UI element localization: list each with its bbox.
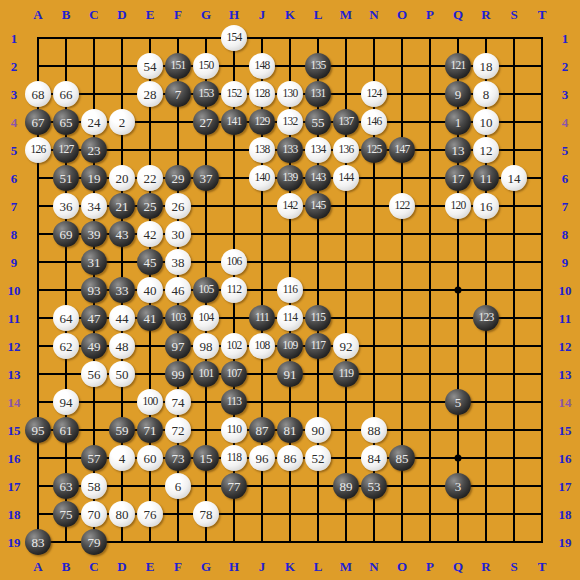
column-label-bottom-S: S xyxy=(510,560,517,573)
stone-black-115-L11[interactable]: 115 xyxy=(305,305,331,331)
move-number: 65 xyxy=(60,116,73,129)
move-number: 154 xyxy=(227,32,242,44)
stone-white-26-F7[interactable]: 26 xyxy=(165,193,191,219)
stone-black-139-K6[interactable]: 139 xyxy=(277,165,303,191)
stone-white-94-B14[interactable]: 94 xyxy=(53,389,79,415)
column-label-top-D: D xyxy=(117,8,126,21)
stone-black-49-C12[interactable]: 49 xyxy=(81,333,107,359)
move-number: 78 xyxy=(200,508,213,521)
column-label-top-J: J xyxy=(259,8,266,21)
stone-black-79-C19[interactable]: 79 xyxy=(81,529,107,555)
stone-black-107-H13[interactable]: 107 xyxy=(221,361,247,387)
move-number: 19 xyxy=(88,172,101,185)
column-label-top-P: P xyxy=(426,8,434,21)
column-label-top-F: F xyxy=(174,8,182,21)
stone-white-128-J3[interactable]: 128 xyxy=(249,81,275,107)
stone-white-48-D12[interactable]: 48 xyxy=(109,333,135,359)
stone-black-121-Q2[interactable]: 121 xyxy=(445,53,471,79)
stone-black-25-E7[interactable]: 25 xyxy=(137,193,163,219)
move-number: 152 xyxy=(227,88,242,100)
move-number: 23 xyxy=(88,144,101,157)
stone-white-40-E10[interactable]: 40 xyxy=(137,277,163,303)
move-number: 118 xyxy=(227,452,241,464)
move-number: 18 xyxy=(480,60,493,73)
stone-white-130-K3[interactable]: 130 xyxy=(277,81,303,107)
grid-line-vertical xyxy=(513,37,515,543)
stone-white-136-M5[interactable]: 136 xyxy=(333,137,359,163)
move-number: 10 xyxy=(480,116,493,129)
move-number: 133 xyxy=(283,144,298,156)
move-number: 109 xyxy=(283,340,298,352)
move-number: 37 xyxy=(200,172,213,185)
stone-black-123-R11[interactable]: 123 xyxy=(473,305,499,331)
move-number: 87 xyxy=(256,424,269,437)
star-point-Q16 xyxy=(455,455,462,462)
stone-white-42-E8[interactable]: 42 xyxy=(137,221,163,247)
move-number: 91 xyxy=(284,368,297,381)
stone-white-80-D18[interactable]: 80 xyxy=(109,501,135,527)
move-number: 12 xyxy=(480,144,493,157)
column-label-bottom-C: C xyxy=(89,560,98,573)
move-number: 95 xyxy=(32,424,45,437)
move-number: 117 xyxy=(311,340,325,352)
stone-black-133-K5[interactable]: 133 xyxy=(277,137,303,163)
stone-black-147-O5[interactable]: 147 xyxy=(389,137,415,163)
move-number: 138 xyxy=(255,144,270,156)
column-label-top-Q: Q xyxy=(453,8,463,21)
move-number: 107 xyxy=(227,368,242,380)
stone-white-122-O7[interactable]: 122 xyxy=(389,193,415,219)
grid-line-vertical xyxy=(541,37,543,543)
stone-white-54-E2[interactable]: 54 xyxy=(137,53,163,79)
stone-white-90-L15[interactable]: 90 xyxy=(305,417,331,443)
stone-white-102-H12[interactable]: 102 xyxy=(221,333,247,359)
stone-white-118-H16[interactable]: 118 xyxy=(221,445,247,471)
row-label-left-6: 6 xyxy=(11,172,18,185)
stone-black-53-N17[interactable]: 53 xyxy=(361,473,387,499)
move-number: 7 xyxy=(175,88,182,101)
stone-black-85-O16[interactable]: 85 xyxy=(389,445,415,471)
stone-white-154-H1[interactable]: 154 xyxy=(221,25,247,51)
stone-white-64-B11[interactable]: 64 xyxy=(53,305,79,331)
row-label-right-1: 1 xyxy=(562,32,569,45)
move-number: 130 xyxy=(283,88,298,100)
row-label-right-3: 3 xyxy=(562,88,569,101)
move-number: 123 xyxy=(479,312,494,324)
row-label-left-18: 18 xyxy=(8,508,21,521)
stone-white-46-F10[interactable]: 46 xyxy=(165,277,191,303)
stone-white-148-J2[interactable]: 148 xyxy=(249,53,275,79)
stone-black-55-L4[interactable]: 55 xyxy=(305,109,331,135)
stone-white-44-D11[interactable]: 44 xyxy=(109,305,135,331)
move-number: 72 xyxy=(172,424,185,437)
move-number: 86 xyxy=(284,452,297,465)
stone-black-103-F11[interactable]: 103 xyxy=(165,305,191,331)
move-number: 136 xyxy=(339,144,354,156)
stone-white-52-L16[interactable]: 52 xyxy=(305,445,331,471)
stone-white-66-B3[interactable]: 66 xyxy=(53,81,79,107)
stone-black-43-D8[interactable]: 43 xyxy=(109,221,135,247)
stone-black-3-Q17[interactable]: 3 xyxy=(445,473,471,499)
stone-black-91-K13[interactable]: 91 xyxy=(277,361,303,387)
stone-black-127-B5[interactable]: 127 xyxy=(53,137,79,163)
stone-white-104-G11[interactable]: 104 xyxy=(193,305,219,331)
stone-black-73-F16[interactable]: 73 xyxy=(165,445,191,471)
move-number: 90 xyxy=(312,424,325,437)
column-label-bottom-R: R xyxy=(481,560,490,573)
move-number: 98 xyxy=(200,340,213,353)
move-number: 1 xyxy=(455,116,462,129)
stone-white-98-G12[interactable]: 98 xyxy=(193,333,219,359)
stone-black-81-K15[interactable]: 81 xyxy=(277,417,303,443)
row-label-left-4: 4 xyxy=(11,116,18,129)
move-number: 151 xyxy=(171,60,186,72)
stone-white-78-G18[interactable]: 78 xyxy=(193,501,219,527)
row-label-right-9: 9 xyxy=(562,256,569,269)
stone-white-92-M12[interactable]: 92 xyxy=(333,333,359,359)
stone-black-41-E11[interactable]: 41 xyxy=(137,305,163,331)
stone-white-134-L5[interactable]: 134 xyxy=(305,137,331,163)
stone-black-131-L3[interactable]: 131 xyxy=(305,81,331,107)
stone-black-29-F6[interactable]: 29 xyxy=(165,165,191,191)
stone-black-67-A4[interactable]: 67 xyxy=(25,109,51,135)
stone-black-151-F2[interactable]: 151 xyxy=(165,53,191,79)
column-label-bottom-J: J xyxy=(259,560,266,573)
stone-black-65-B4[interactable]: 65 xyxy=(53,109,79,135)
stone-white-18-R2[interactable]: 18 xyxy=(473,53,499,79)
stone-black-47-C11[interactable]: 47 xyxy=(81,305,107,331)
move-number: 21 xyxy=(116,200,129,213)
column-label-top-H: H xyxy=(229,8,239,21)
grid-line-horizontal xyxy=(37,541,543,543)
stone-white-58-C17[interactable]: 58 xyxy=(81,473,107,499)
stone-white-62-B12[interactable]: 62 xyxy=(53,333,79,359)
stone-black-99-F13[interactable]: 99 xyxy=(165,361,191,387)
move-number: 120 xyxy=(451,200,466,212)
stone-white-88-N15[interactable]: 88 xyxy=(361,417,387,443)
stone-black-19-C6[interactable]: 19 xyxy=(81,165,107,191)
column-label-top-A: A xyxy=(33,8,42,21)
stone-white-68-A3[interactable]: 68 xyxy=(25,81,51,107)
row-label-left-13: 13 xyxy=(8,368,21,381)
move-number: 6 xyxy=(175,480,182,493)
move-number: 17 xyxy=(452,172,465,185)
column-label-top-N: N xyxy=(369,8,378,21)
stone-white-140-J6[interactable]: 140 xyxy=(249,165,275,191)
stone-white-72-F15[interactable]: 72 xyxy=(165,417,191,443)
move-number: 89 xyxy=(340,480,353,493)
stone-black-23-C5[interactable]: 23 xyxy=(81,137,107,163)
stone-black-1-Q4[interactable]: 1 xyxy=(445,109,471,135)
stone-black-109-K12[interactable]: 109 xyxy=(277,333,303,359)
move-number: 103 xyxy=(171,312,186,324)
stone-white-108-J12[interactable]: 108 xyxy=(249,333,275,359)
stone-white-22-E6[interactable]: 22 xyxy=(137,165,163,191)
stone-white-4-D16[interactable]: 4 xyxy=(109,445,135,471)
move-number: 71 xyxy=(144,424,157,437)
go-board[interactable]: AABBCCDDEEFFGGHHJJKKLLMMNNOOPPQQRRSSTT11… xyxy=(0,0,580,580)
stone-black-77-H17[interactable]: 77 xyxy=(221,473,247,499)
stone-white-34-C7[interactable]: 34 xyxy=(81,193,107,219)
stone-black-125-N5[interactable]: 125 xyxy=(361,137,387,163)
stone-white-96-J16[interactable]: 96 xyxy=(249,445,275,471)
move-number: 80 xyxy=(116,508,129,521)
move-number: 131 xyxy=(311,88,326,100)
stone-white-6-F17[interactable]: 6 xyxy=(165,473,191,499)
move-number: 34 xyxy=(88,200,101,213)
move-number: 150 xyxy=(199,60,214,72)
column-label-bottom-K: K xyxy=(285,560,295,573)
move-number: 61 xyxy=(60,424,73,437)
move-number: 96 xyxy=(256,452,269,465)
stone-white-10-R4[interactable]: 10 xyxy=(473,109,499,135)
stone-white-36-B7[interactable]: 36 xyxy=(53,193,79,219)
move-number: 119 xyxy=(339,368,353,380)
move-number: 135 xyxy=(311,60,326,72)
stone-black-95-A15[interactable]: 95 xyxy=(25,417,51,443)
stone-white-2-D4[interactable]: 2 xyxy=(109,109,135,135)
stone-white-14-S6[interactable]: 14 xyxy=(501,165,527,191)
stone-white-30-F8[interactable]: 30 xyxy=(165,221,191,247)
column-label-bottom-G: G xyxy=(201,560,211,573)
move-number: 68 xyxy=(32,88,45,101)
move-number: 70 xyxy=(88,508,101,521)
move-number: 77 xyxy=(228,480,241,493)
move-number: 42 xyxy=(144,228,157,241)
move-number: 16 xyxy=(480,200,493,213)
stone-white-60-E16[interactable]: 60 xyxy=(137,445,163,471)
row-label-right-4: 4 xyxy=(562,116,569,129)
stone-black-119-M13[interactable]: 119 xyxy=(333,361,359,387)
stone-black-137-M4[interactable]: 137 xyxy=(333,109,359,135)
stone-white-20-D6[interactable]: 20 xyxy=(109,165,135,191)
stone-white-70-C18[interactable]: 70 xyxy=(81,501,107,527)
stone-black-113-H14[interactable]: 113 xyxy=(221,389,247,415)
column-label-top-B: B xyxy=(62,8,71,21)
move-number: 141 xyxy=(227,116,242,128)
stone-white-28-E3[interactable]: 28 xyxy=(137,81,163,107)
stone-black-105-G10[interactable]: 105 xyxy=(193,277,219,303)
grid-line-vertical xyxy=(429,37,431,543)
stone-black-15-G16[interactable]: 15 xyxy=(193,445,219,471)
move-number: 29 xyxy=(172,172,185,185)
move-number: 148 xyxy=(255,60,270,72)
row-label-right-8: 8 xyxy=(562,228,569,241)
move-number: 124 xyxy=(367,88,382,100)
column-label-bottom-M: M xyxy=(340,560,352,573)
stone-black-87-J15[interactable]: 87 xyxy=(249,417,275,443)
stone-black-21-D7[interactable]: 21 xyxy=(109,193,135,219)
move-number: 114 xyxy=(283,312,297,324)
move-number: 104 xyxy=(199,312,214,324)
stone-white-106-H9[interactable]: 106 xyxy=(221,249,247,275)
stone-white-124-N3[interactable]: 124 xyxy=(361,81,387,107)
stone-black-117-L12[interactable]: 117 xyxy=(305,333,331,359)
move-number: 79 xyxy=(88,536,101,549)
stone-white-144-M6[interactable]: 144 xyxy=(333,165,359,191)
move-number: 153 xyxy=(199,88,214,100)
column-label-top-L: L xyxy=(314,8,323,21)
row-label-left-1: 1 xyxy=(11,32,18,45)
move-number: 13 xyxy=(452,144,465,157)
move-number: 2 xyxy=(119,116,126,129)
column-label-top-O: O xyxy=(397,8,407,21)
stone-white-146-N4[interactable]: 146 xyxy=(361,109,387,135)
stone-white-86-K16[interactable]: 86 xyxy=(277,445,303,471)
move-number: 43 xyxy=(116,228,129,241)
stone-white-16-R7[interactable]: 16 xyxy=(473,193,499,219)
move-number: 44 xyxy=(116,312,129,325)
stone-white-112-H10[interactable]: 112 xyxy=(221,277,247,303)
stone-white-74-F14[interactable]: 74 xyxy=(165,389,191,415)
stone-white-12-R5[interactable]: 12 xyxy=(473,137,499,163)
stone-white-38-F9[interactable]: 38 xyxy=(165,249,191,275)
stone-black-9-Q3[interactable]: 9 xyxy=(445,81,471,107)
stone-black-69-B8[interactable]: 69 xyxy=(53,221,79,247)
stone-white-24-C4[interactable]: 24 xyxy=(81,109,107,135)
stone-black-111-J11[interactable]: 111 xyxy=(249,305,275,331)
move-number: 25 xyxy=(144,200,157,213)
move-number: 144 xyxy=(339,172,354,184)
move-number: 116 xyxy=(283,284,297,296)
move-number: 122 xyxy=(395,200,410,212)
column-label-top-M: M xyxy=(340,8,352,21)
row-label-right-5: 5 xyxy=(562,144,569,157)
move-number: 134 xyxy=(311,144,326,156)
stone-black-97-F12[interactable]: 97 xyxy=(165,333,191,359)
stone-white-8-R3[interactable]: 8 xyxy=(473,81,499,107)
stone-black-143-L6[interactable]: 143 xyxy=(305,165,331,191)
stone-black-93-C10[interactable]: 93 xyxy=(81,277,107,303)
column-label-top-T: T xyxy=(538,8,547,21)
stone-black-61-B15[interactable]: 61 xyxy=(53,417,79,443)
move-number: 3 xyxy=(455,480,462,493)
stone-white-142-K7[interactable]: 142 xyxy=(277,193,303,219)
move-number: 73 xyxy=(172,452,185,465)
stone-white-120-Q7[interactable]: 120 xyxy=(445,193,471,219)
stone-black-13-Q5[interactable]: 13 xyxy=(445,137,471,163)
stone-black-33-D10[interactable]: 33 xyxy=(109,277,135,303)
row-label-left-9: 9 xyxy=(11,256,18,269)
stone-white-76-E18[interactable]: 76 xyxy=(137,501,163,527)
stone-black-11-R6[interactable]: 11 xyxy=(473,165,499,191)
move-number: 47 xyxy=(88,312,101,325)
column-label-top-C: C xyxy=(89,8,98,21)
row-label-left-11: 11 xyxy=(8,312,20,325)
stone-black-101-G13[interactable]: 101 xyxy=(193,361,219,387)
stone-black-7-F3[interactable]: 7 xyxy=(165,81,191,107)
move-number: 128 xyxy=(255,88,270,100)
stone-white-50-D13[interactable]: 50 xyxy=(109,361,135,387)
move-number: 121 xyxy=(451,60,466,72)
move-number: 30 xyxy=(172,228,185,241)
row-label-left-12: 12 xyxy=(8,340,21,353)
stone-black-59-D15[interactable]: 59 xyxy=(109,417,135,443)
row-label-left-8: 8 xyxy=(11,228,18,241)
stone-black-135-L2[interactable]: 135 xyxy=(305,53,331,79)
stone-black-153-G3[interactable]: 153 xyxy=(193,81,219,107)
column-label-bottom-H: H xyxy=(229,560,239,573)
column-label-top-S: S xyxy=(510,8,517,21)
stone-black-51-B6[interactable]: 51 xyxy=(53,165,79,191)
move-number: 58 xyxy=(88,480,101,493)
row-label-right-15: 15 xyxy=(559,424,572,437)
row-label-left-3: 3 xyxy=(11,88,18,101)
move-number: 28 xyxy=(144,88,157,101)
move-number: 54 xyxy=(144,60,157,73)
move-number: 40 xyxy=(144,284,157,297)
move-number: 137 xyxy=(339,116,354,128)
stone-black-145-L7[interactable]: 145 xyxy=(305,193,331,219)
move-number: 63 xyxy=(60,480,73,493)
stone-white-114-K11[interactable]: 114 xyxy=(277,305,303,331)
stone-black-141-H4[interactable]: 141 xyxy=(221,109,247,135)
move-number: 14 xyxy=(508,172,521,185)
move-number: 36 xyxy=(60,200,73,213)
move-number: 142 xyxy=(283,200,298,212)
move-number: 4 xyxy=(119,452,126,465)
column-label-bottom-T: T xyxy=(538,560,547,573)
stone-white-150-G2[interactable]: 150 xyxy=(193,53,219,79)
stone-black-75-B18[interactable]: 75 xyxy=(53,501,79,527)
stone-black-89-M17[interactable]: 89 xyxy=(333,473,359,499)
stone-white-100-E14[interactable]: 100 xyxy=(137,389,163,415)
move-number: 129 xyxy=(255,116,270,128)
stone-white-152-H3[interactable]: 152 xyxy=(221,81,247,107)
move-number: 52 xyxy=(312,452,325,465)
move-number: 105 xyxy=(199,284,214,296)
stone-black-31-C9[interactable]: 31 xyxy=(81,249,107,275)
move-number: 108 xyxy=(255,340,270,352)
move-number: 50 xyxy=(116,368,129,381)
stone-black-37-G6[interactable]: 37 xyxy=(193,165,219,191)
stone-black-71-E15[interactable]: 71 xyxy=(137,417,163,443)
stone-black-63-B17[interactable]: 63 xyxy=(53,473,79,499)
move-number: 60 xyxy=(144,452,157,465)
row-label-left-17: 17 xyxy=(8,480,21,493)
row-label-left-14: 14 xyxy=(8,396,21,409)
stone-white-84-N16[interactable]: 84 xyxy=(361,445,387,471)
row-label-right-18: 18 xyxy=(559,508,572,521)
stone-white-116-K10[interactable]: 116 xyxy=(277,277,303,303)
stone-white-110-H15[interactable]: 110 xyxy=(221,417,247,443)
stone-black-5-Q14[interactable]: 5 xyxy=(445,389,471,415)
stone-black-83-A19[interactable]: 83 xyxy=(25,529,51,555)
move-number: 125 xyxy=(367,144,382,156)
stone-black-39-C8[interactable]: 39 xyxy=(81,221,107,247)
stone-black-17-Q6[interactable]: 17 xyxy=(445,165,471,191)
stone-white-132-K4[interactable]: 132 xyxy=(277,109,303,135)
row-label-left-5: 5 xyxy=(11,144,18,157)
stone-black-45-E9[interactable]: 45 xyxy=(137,249,163,275)
stone-white-138-J5[interactable]: 138 xyxy=(249,137,275,163)
stone-black-27-G4[interactable]: 27 xyxy=(193,109,219,135)
stone-white-126-A5[interactable]: 126 xyxy=(25,137,51,163)
row-label-left-10: 10 xyxy=(8,284,21,297)
column-label-bottom-L: L xyxy=(314,560,323,573)
stone-black-129-J4[interactable]: 129 xyxy=(249,109,275,135)
stone-white-56-C13[interactable]: 56 xyxy=(81,361,107,387)
column-label-bottom-B: B xyxy=(62,560,71,573)
move-number: 146 xyxy=(367,116,382,128)
stone-black-57-C16[interactable]: 57 xyxy=(81,445,107,471)
column-label-top-G: G xyxy=(201,8,211,21)
row-label-left-19: 19 xyxy=(8,536,21,549)
move-number: 15 xyxy=(200,452,213,465)
move-number: 39 xyxy=(88,228,101,241)
row-label-left-15: 15 xyxy=(8,424,21,437)
move-number: 74 xyxy=(172,396,185,409)
